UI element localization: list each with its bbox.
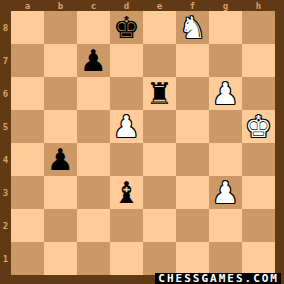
square-b5[interactable] [44, 110, 77, 143]
square-h7[interactable] [242, 44, 275, 77]
piece-white-king[interactable]: ♚ [242, 110, 275, 143]
square-g8[interactable] [209, 11, 242, 44]
square-h3[interactable] [242, 176, 275, 209]
square-b6[interactable] [44, 77, 77, 110]
piece-black-pawn[interactable]: ♟ [44, 143, 77, 176]
square-h4[interactable] [242, 143, 275, 176]
piece-black-king[interactable]: ♚ [110, 11, 143, 44]
square-d4[interactable] [110, 143, 143, 176]
square-c2[interactable] [77, 209, 110, 242]
square-a2[interactable] [11, 209, 44, 242]
rank-label-8: 8 [0, 11, 11, 44]
site-banner: CHESSGAMES.COM [155, 273, 281, 284]
rank-label-4: 4 [0, 143, 11, 176]
file-label-h: h [242, 0, 275, 11]
square-b2[interactable] [44, 209, 77, 242]
square-a7[interactable] [11, 44, 44, 77]
square-e3[interactable] [143, 176, 176, 209]
square-f2[interactable] [176, 209, 209, 242]
rank-label-1: 1 [0, 242, 11, 275]
square-a6[interactable] [11, 77, 44, 110]
square-h6[interactable] [242, 77, 275, 110]
square-e2[interactable] [143, 209, 176, 242]
square-c5[interactable] [77, 110, 110, 143]
square-c3[interactable] [77, 176, 110, 209]
square-a8[interactable] [11, 11, 44, 44]
square-e1[interactable] [143, 242, 176, 275]
square-c8[interactable] [77, 11, 110, 44]
piece-black-bishop[interactable]: ♝ [110, 176, 143, 209]
square-f6[interactable] [176, 77, 209, 110]
file-label-e: e [143, 0, 176, 11]
piece-white-knight[interactable]: ♞ [176, 11, 209, 44]
square-e5[interactable] [143, 110, 176, 143]
square-e7[interactable] [143, 44, 176, 77]
piece-black-rook[interactable]: ♜ [143, 77, 176, 110]
rank-label-6: 6 [0, 77, 11, 110]
square-a4[interactable] [11, 143, 44, 176]
square-d5[interactable]: ♟ [110, 110, 143, 143]
file-labels: abcdefgh [11, 0, 275, 11]
piece-white-pawn[interactable]: ♟ [209, 176, 242, 209]
file-label-c: c [77, 0, 110, 11]
square-d1[interactable] [110, 242, 143, 275]
piece-black-pawn[interactable]: ♟ [77, 44, 110, 77]
square-g2[interactable] [209, 209, 242, 242]
piece-white-pawn[interactable]: ♟ [110, 110, 143, 143]
square-d6[interactable] [110, 77, 143, 110]
square-f4[interactable] [176, 143, 209, 176]
square-a5[interactable] [11, 110, 44, 143]
square-f7[interactable] [176, 44, 209, 77]
square-g7[interactable] [209, 44, 242, 77]
square-e4[interactable] [143, 143, 176, 176]
rank-label-3: 3 [0, 176, 11, 209]
square-b3[interactable] [44, 176, 77, 209]
file-label-b: b [44, 0, 77, 11]
square-c7[interactable]: ♟ [77, 44, 110, 77]
square-d2[interactable] [110, 209, 143, 242]
rank-label-2: 2 [0, 209, 11, 242]
square-e6[interactable]: ♜ [143, 77, 176, 110]
chess-board[interactable]: ♚♞♟♜♟♟♚♟♝♟ [11, 11, 275, 275]
square-f5[interactable] [176, 110, 209, 143]
square-g6[interactable]: ♟ [209, 77, 242, 110]
square-b1[interactable] [44, 242, 77, 275]
square-c6[interactable] [77, 77, 110, 110]
square-g3[interactable]: ♟ [209, 176, 242, 209]
square-e8[interactable] [143, 11, 176, 44]
square-g5[interactable] [209, 110, 242, 143]
square-d7[interactable] [110, 44, 143, 77]
square-f1[interactable] [176, 242, 209, 275]
square-c1[interactable] [77, 242, 110, 275]
square-a3[interactable] [11, 176, 44, 209]
rank-label-7: 7 [0, 44, 11, 77]
square-c4[interactable] [77, 143, 110, 176]
square-d3[interactable]: ♝ [110, 176, 143, 209]
square-a1[interactable] [11, 242, 44, 275]
square-h2[interactable] [242, 209, 275, 242]
rank-labels: 87654321 [0, 11, 11, 275]
square-f8[interactable]: ♞ [176, 11, 209, 44]
square-b7[interactable] [44, 44, 77, 77]
square-h5[interactable]: ♚ [242, 110, 275, 143]
chess-board-frame: abcdefgh 87654321 ♚♞♟♜♟♟♚♟♝♟ CHESSGAMES.… [0, 0, 284, 284]
piece-white-pawn[interactable]: ♟ [209, 77, 242, 110]
file-label-g: g [209, 0, 242, 11]
rank-label-5: 5 [0, 110, 11, 143]
square-b8[interactable] [44, 11, 77, 44]
file-label-a: a [11, 0, 44, 11]
square-h8[interactable] [242, 11, 275, 44]
square-g4[interactable] [209, 143, 242, 176]
square-h1[interactable] [242, 242, 275, 275]
square-f3[interactable] [176, 176, 209, 209]
square-g1[interactable] [209, 242, 242, 275]
square-b4[interactable]: ♟ [44, 143, 77, 176]
square-d8[interactable]: ♚ [110, 11, 143, 44]
